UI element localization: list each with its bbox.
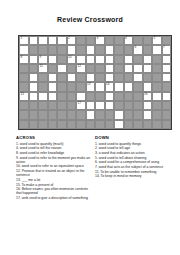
grid-cell[interactable] [105,92,115,101]
clue-number: 12 [78,65,82,68]
blocked-cell [95,92,105,101]
grid-cell[interactable] [105,101,115,110]
clue-item: 14. To keep in mind or memory [95,174,175,178]
blocked-cell [48,110,58,119]
grid-cell[interactable] [143,82,153,91]
clue-item: 8. word used to refer knowledge [16,151,94,155]
crossword-grid: 1234567891011121314151617 [18,35,172,130]
blocked-cell [124,45,134,54]
blocked-cell [162,82,172,91]
worksheet-page: Review Crossword 12345678910111213141516… [0,0,180,255]
grid-cell[interactable] [105,45,115,54]
blocked-cell [105,36,115,45]
blocked-cell [152,120,162,129]
grid-cell[interactable] [48,36,58,45]
blocked-cell [38,110,48,119]
down-clues-section: DOWN 1. word used to quantify things2. w… [95,136,175,179]
clue-item: 11. To be unable to remember something [95,170,175,174]
clue-number: 5 [154,37,156,40]
grid-cell[interactable] [143,110,153,119]
blocked-cell [152,55,162,64]
blocked-cell [114,92,124,101]
grid-cell[interactable] [48,55,58,64]
grid-cell[interactable] [95,101,105,110]
grid-cell[interactable]: 16 [143,92,153,101]
blocked-cell [57,55,67,64]
clue-item: 10. word used to refer to an equivalent … [16,164,94,168]
grid-cell[interactable]: 8 [19,55,29,64]
blocked-cell [57,73,67,82]
blocked-cell [19,82,29,91]
blocked-cell [114,36,124,45]
blocked-cell [57,120,67,129]
blocked-cell [152,73,162,82]
clue-number: 1 [21,37,23,40]
grid-cell[interactable]: 14 [105,82,115,91]
blocked-cell [57,101,67,110]
blocked-cell [133,110,143,119]
blocked-cell [133,92,143,101]
blocked-cell [57,45,67,54]
clue-item: 17. verb used to give a description of s… [16,196,94,200]
grid-cell[interactable] [48,92,58,101]
clue-number: 10 [68,56,72,59]
page-title: Review Crossword [0,16,180,23]
grid-cell[interactable] [57,36,67,45]
blocked-cell [76,45,86,54]
blocked-cell [67,82,77,91]
clue-item: 6. word used for a comprehension of usin… [95,160,175,164]
grid-cell[interactable] [38,92,48,101]
blocked-cell [19,101,29,110]
grid-cell[interactable]: 4 [124,36,134,45]
grid-cell[interactable]: 15 [19,92,29,101]
grid-cell[interactable] [105,64,115,73]
blocked-cell [124,73,134,82]
grid-cell[interactable] [76,55,86,64]
clue-item: 3. a word that indicates an action [95,151,175,155]
clue-item: 15. To make a present of [16,183,94,187]
across-clue-list: 1. word used to quantify (much)4. word u… [16,142,94,201]
blocked-cell [143,73,153,82]
grid-cell[interactable] [162,73,172,82]
across-clues-section: ACROSS 1. word used to quantify (much)4.… [16,136,94,201]
blocked-cell [86,64,96,73]
blocked-cell [162,101,172,110]
clue-item: 12. Pronoun that is treated as an object… [16,169,94,177]
blocked-cell [114,45,124,54]
blocked-cell [95,110,105,119]
blocked-cell [48,120,58,129]
blocked-cell [114,64,124,73]
grid-cell[interactable]: 5 [152,36,162,45]
grid-cell[interactable] [67,45,77,54]
blocked-cell [143,36,153,45]
blocked-cell [124,101,134,110]
grid-cell[interactable] [114,82,124,91]
grid-cell[interactable] [86,73,96,82]
grid-cell[interactable] [133,73,143,82]
across-header: ACROSS [16,136,94,140]
grid-cell[interactable]: 9 [38,55,48,64]
blocked-cell [152,64,162,73]
clue-number: 9 [40,56,42,59]
blocked-cell [114,73,124,82]
clue-item: 9. word used to refer to the moment you … [16,156,94,164]
blocked-cell [124,110,134,119]
blocked-cell [133,101,143,110]
blocked-cell [133,82,143,91]
grid-cell[interactable] [38,36,48,45]
blocked-cell [105,120,115,129]
clue-number: 3 [97,37,99,40]
grid-cell[interactable] [124,64,134,73]
clue-number: 13 [87,83,91,86]
grid-cell[interactable] [29,82,39,91]
down-header: DOWN [95,136,175,140]
grid-cell[interactable] [86,55,96,64]
blocked-cell [105,110,115,119]
grid-cell[interactable] [114,110,124,119]
grid-cell[interactable] [114,120,124,129]
clue-number: 15 [21,93,25,96]
blocked-cell [86,120,96,129]
blocked-cell [67,101,77,110]
grid-cell[interactable]: 11 [38,64,48,73]
grid-cell[interactable] [29,36,39,45]
grid-cell[interactable] [105,73,115,82]
blocked-cell [38,82,48,91]
grid-cell[interactable] [95,82,105,91]
grid-cell[interactable] [162,92,172,101]
blocked-cell [95,120,105,129]
blocked-cell [29,101,39,110]
blocked-cell [124,120,134,129]
blocked-cell [152,110,162,119]
grid-cell[interactable] [48,73,58,82]
down-clue-list: 1. word used to quantify things2. word u… [95,142,175,179]
grid-cell[interactable] [152,45,162,54]
blocked-cell [48,45,58,54]
grid-cell[interactable] [29,73,39,82]
grid-cell[interactable] [48,82,58,91]
grid-cell[interactable] [143,55,153,64]
grid-cell[interactable]: 13 [86,82,96,91]
grid-cell[interactable] [57,64,67,73]
grid-cell[interactable] [67,73,77,82]
grid-cell[interactable] [19,45,29,54]
grid-cell[interactable] [29,92,39,101]
blocked-cell [57,92,67,101]
grid-cell[interactable]: 3 [95,36,105,45]
blocked-cell [29,45,39,54]
blocked-cell [67,120,77,129]
blocked-cell [133,120,143,129]
blocked-cell [133,36,143,45]
grid-cell[interactable]: 12 [76,64,86,73]
blocked-cell [19,110,29,119]
blocked-cell [48,64,58,73]
clue-number: 7 [163,46,165,49]
blocked-cell [143,120,153,129]
clue-number: 6 [135,46,137,49]
blocked-cell [162,120,172,129]
blocked-cell [162,36,172,45]
blocked-cell [95,73,105,82]
grid-cell[interactable] [105,55,115,64]
grid-cell[interactable] [124,55,134,64]
clue-item: 4. word used to tell the reason [16,146,94,150]
blocked-cell [76,120,86,129]
grid-cell[interactable]: 2 [67,36,77,45]
grid-cell[interactable]: 10 [67,55,77,64]
blocked-cell [67,110,77,119]
blocked-cell [38,73,48,82]
blocked-cell [152,82,162,91]
grid-cell[interactable] [29,55,39,64]
clue-item: 5. word used to tell about showing [95,156,175,160]
clue-number: 17 [78,102,82,105]
blocked-cell [152,101,162,110]
grid-cell[interactable] [124,82,134,91]
blocked-cell [133,55,143,64]
clue-item: 2. word used to tell age [95,146,175,150]
grid-cell[interactable] [143,64,153,73]
blocked-cell [86,92,96,101]
grid-cell[interactable] [86,110,96,119]
blocked-cell [86,36,96,45]
grid-cell[interactable] [86,101,96,110]
grid-cell[interactable]: 6 [133,45,143,54]
clue-number: 8 [21,56,23,59]
grid-cell[interactable] [143,101,153,110]
grid-cell[interactable] [76,92,86,101]
clue-item: 1. word used to quantify things [95,142,175,146]
blocked-cell [29,110,39,119]
clue-number: 14 [106,83,110,86]
blocked-cell [19,120,29,129]
blocked-cell [95,45,105,54]
blocked-cell [38,120,48,129]
blocked-cell [76,110,86,119]
blocked-cell [162,110,172,119]
grid-cell[interactable]: 17 [76,101,86,110]
grid-cell[interactable] [162,64,172,73]
grid-cell[interactable]: 7 [162,45,172,54]
grid-cell[interactable] [86,45,96,54]
clue-number: 16 [144,93,148,96]
blocked-cell [76,82,86,91]
blocked-cell [29,64,39,73]
blocked-cell [76,36,86,45]
clue-item: 7. word that acts as the subject of a se… [95,165,175,169]
blocked-cell [57,110,67,119]
blocked-cell [143,45,153,54]
grid-cell[interactable]: 1 [19,36,29,45]
blocked-cell [67,92,77,101]
blocked-cell [124,92,134,101]
blocked-cell [38,101,48,110]
grid-cell[interactable] [95,55,105,64]
grid-cell[interactable] [152,92,162,101]
blocked-cell [76,73,86,82]
clue-number: 4 [125,37,127,40]
blocked-cell [95,64,105,73]
blocked-cell [114,101,124,110]
clue-item: 13. ___ me a lot [16,178,94,182]
blocked-cell [19,73,29,82]
grid-cell[interactable] [162,55,172,64]
blocked-cell [67,64,77,73]
blocked-cell [57,82,67,91]
clue-item: 16. Before exams, you often memorize con… [16,187,94,195]
clue-number: 2 [68,37,70,40]
grid-cell[interactable] [133,64,143,73]
blocked-cell [29,120,39,129]
blocked-cell [114,55,124,64]
clue-number: 11 [40,65,43,68]
blocked-cell [19,64,29,73]
blocked-cell [48,101,58,110]
clue-item: 1. word used to quantify (much) [16,142,94,146]
blocked-cell [38,45,48,54]
